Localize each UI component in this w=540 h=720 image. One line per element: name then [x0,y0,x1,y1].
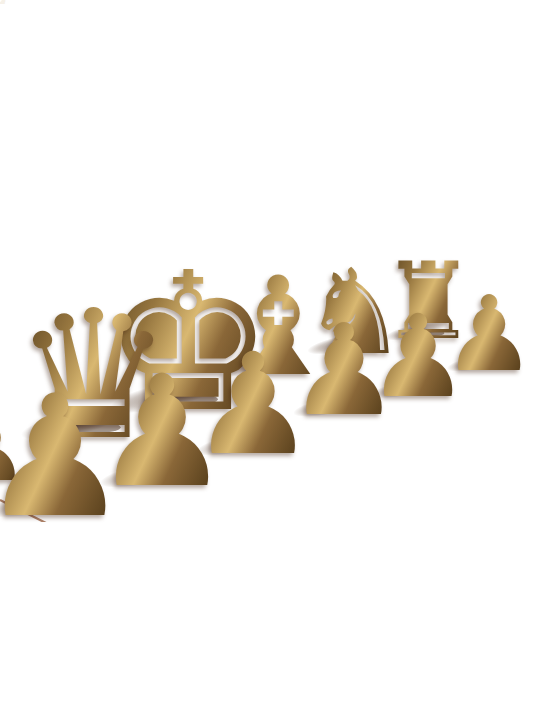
piece-contact-shadow [323,404,364,413]
piece-contact-shadow [136,471,186,482]
piece-contact-shadow [399,386,436,394]
chess-product-photo: DEFG8 ♜♞♟♝♟♚♟♛♟♟♟♟ [0,0,540,720]
piece-contact-shadow [63,421,120,433]
piece-contact-shadow [230,441,275,451]
piece-contact-shadow [410,329,444,336]
rank-label-8: 8 [0,0,5,8]
piece-contact-shadow [156,393,218,406]
piece-contact-shadow [472,361,506,368]
piece-contact-shadow [27,500,81,511]
photo-crop-mask [0,522,540,720]
piece-contact-shadow [335,342,373,350]
piece-contact-shadow [255,362,299,371]
